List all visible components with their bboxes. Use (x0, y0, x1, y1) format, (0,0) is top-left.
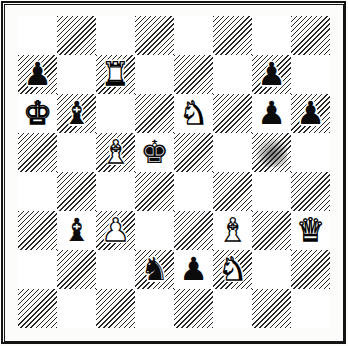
white-king-a6: ♚ (23, 94, 52, 133)
square-b5 (57, 133, 96, 172)
square-a7: ♟ (18, 55, 57, 94)
square-c2 (96, 250, 135, 289)
black-bishop-b3: ♝ (62, 211, 91, 250)
square-d5: ♚ (135, 133, 174, 172)
white-rook-c7: ♜ (101, 55, 130, 94)
square-c5: ♝ (96, 133, 135, 172)
square-h5 (291, 133, 330, 172)
square-b1 (57, 289, 96, 328)
square-a3 (18, 211, 57, 250)
square-f7 (213, 55, 252, 94)
square-f4 (213, 172, 252, 211)
square-f1 (213, 289, 252, 328)
square-b8 (57, 16, 96, 55)
ink-smudge (256, 138, 287, 167)
square-d4 (135, 172, 174, 211)
white-bishop-c5: ♝ (101, 133, 130, 172)
square-b6: ♝ (57, 94, 96, 133)
square-g5 (252, 133, 291, 172)
square-a4 (18, 172, 57, 211)
black-pawn-g6: ♟ (257, 94, 286, 133)
square-d2: ♞ (135, 250, 174, 289)
black-king-d5: ♚ (140, 133, 169, 172)
square-h2 (291, 250, 330, 289)
square-a8 (18, 16, 57, 55)
square-e2: ♟ (174, 250, 213, 289)
square-e3 (174, 211, 213, 250)
square-f2: ♞ (213, 250, 252, 289)
square-c1 (96, 289, 135, 328)
square-d1 (135, 289, 174, 328)
white-queen-h3: ♛ (296, 211, 325, 250)
square-d6 (135, 94, 174, 133)
square-h4 (291, 172, 330, 211)
black-knight-d2: ♞ (140, 250, 169, 289)
square-g2 (252, 250, 291, 289)
square-h7 (291, 55, 330, 94)
square-c8 (96, 16, 135, 55)
square-f8 (213, 16, 252, 55)
square-c4 (96, 172, 135, 211)
white-pawn-c3: ♟ (101, 211, 130, 250)
square-e4 (174, 172, 213, 211)
square-h1 (291, 289, 330, 328)
square-g6: ♟ (252, 94, 291, 133)
square-f6 (213, 94, 252, 133)
square-g1 (252, 289, 291, 328)
square-d3 (135, 211, 174, 250)
square-d8 (135, 16, 174, 55)
square-b2 (57, 250, 96, 289)
square-b7 (57, 55, 96, 94)
square-a6: ♚ (18, 94, 57, 133)
black-pawn-e2: ♟ (179, 250, 208, 289)
square-h3: ♛ (291, 211, 330, 250)
square-e1 (174, 289, 213, 328)
square-c3: ♟ (96, 211, 135, 250)
square-b3: ♝ (57, 211, 96, 250)
square-g8 (252, 16, 291, 55)
square-f3: ♝ (213, 211, 252, 250)
square-c7: ♜ (96, 55, 135, 94)
square-h6: ♟ (291, 94, 330, 133)
square-g4 (252, 172, 291, 211)
square-f5 (213, 133, 252, 172)
square-b4 (57, 172, 96, 211)
square-g7: ♟ (252, 55, 291, 94)
square-e5 (174, 133, 213, 172)
square-g3 (252, 211, 291, 250)
black-bishop-b6: ♝ (62, 94, 91, 133)
black-pawn-g7: ♟ (257, 55, 286, 94)
white-knight-f2: ♞ (218, 250, 247, 289)
square-d7 (135, 55, 174, 94)
white-bishop-f3: ♝ (218, 211, 247, 250)
chess-diagram: ♟♜♟♚♝♞♟♟♝♚♝♟♝♛♞♟♞ (0, 0, 348, 346)
board: ♟♜♟♚♝♞♟♟♝♚♝♟♝♛♞♟♞ (18, 16, 330, 328)
white-knight-e6: ♞ (179, 94, 208, 133)
square-e7 (174, 55, 213, 94)
square-h8 (291, 16, 330, 55)
square-a1 (18, 289, 57, 328)
square-e6: ♞ (174, 94, 213, 133)
black-pawn-a7: ♟ (23, 55, 52, 94)
black-pawn-h6: ♟ (296, 94, 325, 133)
square-a5 (18, 133, 57, 172)
square-c6 (96, 94, 135, 133)
square-e8 (174, 16, 213, 55)
square-a2 (18, 250, 57, 289)
